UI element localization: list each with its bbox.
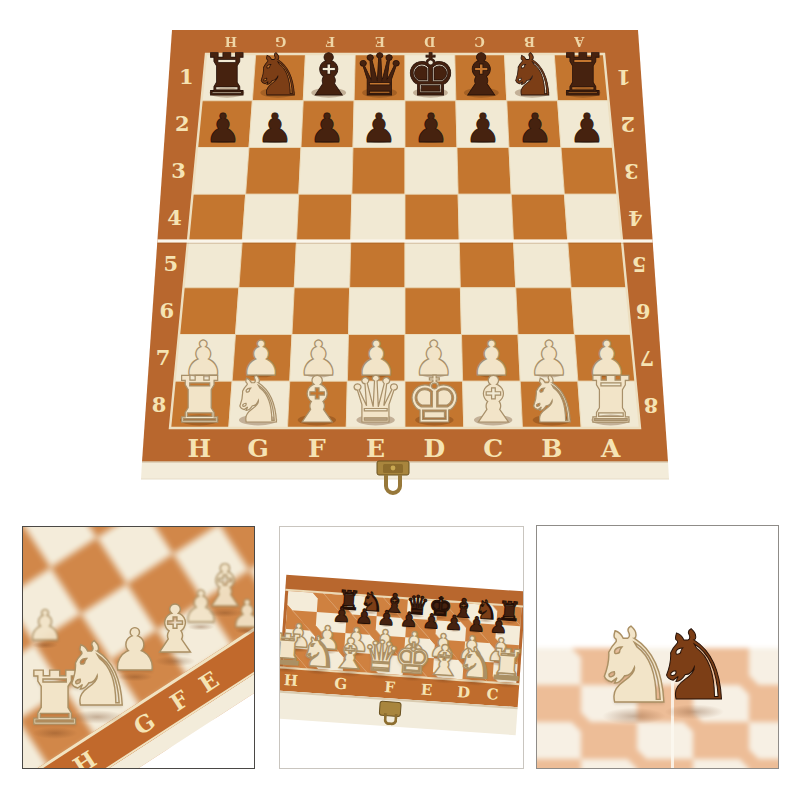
square — [184, 241, 243, 288]
thumbnail-two-knights: ♞♞ — [536, 525, 779, 769]
rank-label-right: 8 — [644, 393, 659, 418]
square — [405, 194, 459, 241]
square — [564, 194, 622, 241]
fold-shadow — [157, 243, 652, 244]
piece-light-king: ♚ — [406, 363, 463, 437]
square — [561, 148, 618, 195]
file-label-bottom: B — [541, 434, 562, 463]
rank-label-left: 8 — [152, 392, 167, 417]
square — [242, 194, 299, 241]
rank-label-left: 1 — [179, 64, 194, 89]
square — [509, 148, 564, 195]
square — [246, 148, 301, 195]
piece-light-rook: ♜ — [487, 643, 524, 688]
piece-light-queen: ♛ — [347, 363, 404, 437]
file-label-bottom: H — [188, 434, 212, 463]
piece-dark-knight: ♞ — [252, 41, 304, 109]
piece-light-knight: ♞ — [229, 363, 286, 437]
rank-label-left: 4 — [167, 205, 182, 230]
piece-dark-queen: ♛ — [354, 41, 406, 109]
file-label: E — [194, 665, 223, 697]
square — [458, 194, 513, 241]
square — [405, 148, 458, 195]
rank-label-right: 7 — [640, 346, 655, 371]
rank-label-left: 5 — [163, 251, 178, 276]
piece-dark-rook: ♜ — [557, 41, 609, 109]
piece-light-rook: ♜ — [171, 363, 228, 437]
thumbnail-full-board: HGFEDC ♜♞♝♛♚♝♞♜♟♟♟♟♟♟♟♟♟♟♟♟♟♟♟♟♜♞♝♛♚♝♞♜ — [279, 526, 524, 769]
square — [405, 241, 460, 288]
angled-board: HGFEDC ♜♞♝♛♚♝♞♜♟♟♟♟♟♟♟♟♟♟♟♟♟♟♟♟♜♞♝♛♚♝♞♜ — [279, 575, 524, 735]
rank-label-right: 6 — [636, 299, 651, 324]
piece-dark-pawn: ♟ — [517, 105, 553, 151]
square — [516, 288, 575, 335]
square — [568, 241, 627, 288]
piece-light-rook: ♜ — [582, 363, 639, 437]
square — [351, 194, 405, 241]
rank-label-left: 7 — [156, 345, 171, 370]
file-label: H — [68, 745, 101, 769]
brass-clasp — [379, 701, 402, 717]
piece-dark-bishop: ♝ — [455, 41, 507, 109]
thumbnail-closeup-pieces: HGFE ♟♜♞♟♝♟♝♟ — [22, 526, 255, 769]
file-label-bottom: A — [600, 434, 621, 463]
square — [188, 194, 246, 241]
square — [239, 241, 297, 288]
file-label: F — [165, 685, 193, 717]
rank-label-right: 1 — [616, 65, 631, 90]
square — [511, 194, 568, 241]
fold-line — [157, 239, 652, 242]
file-label-bottom: E — [366, 434, 385, 463]
piece-dark-bishop: ♝ — [303, 41, 355, 109]
rank-label-left: 3 — [171, 158, 186, 183]
square — [179, 288, 239, 335]
rank-label-right: 3 — [624, 159, 639, 184]
rank-label-right: 5 — [632, 252, 647, 277]
rank-label-right: 2 — [620, 112, 635, 137]
square — [349, 288, 406, 335]
piece-dark-pawn: ♟ — [309, 105, 345, 151]
piece-dark-pawn: ♟ — [413, 105, 449, 151]
square — [459, 241, 516, 288]
piece-light-bishop: ♝ — [288, 363, 345, 437]
piece-dark-knight: ♞ — [506, 41, 558, 109]
piece-light-bishop: ♝ — [464, 363, 521, 437]
square — [460, 288, 518, 335]
square — [405, 288, 462, 335]
square — [292, 288, 350, 335]
piece-dark-pawn: ♟ — [569, 105, 605, 151]
piece-dark-knight: ♞ — [651, 618, 737, 714]
piece-dark-rook: ♜ — [201, 41, 253, 109]
square — [236, 288, 295, 335]
file-label-bottom: F — [308, 434, 326, 463]
file-label-bottom: G — [247, 434, 268, 463]
rank-label-right: 4 — [628, 206, 643, 231]
file-label-bottom: D — [424, 434, 446, 463]
square — [514, 241, 572, 288]
square — [350, 241, 405, 288]
square — [297, 194, 352, 241]
square — [294, 241, 351, 288]
piece-dark-pawn: ♟ — [465, 105, 501, 151]
piece-light-knight: ♞ — [523, 363, 580, 437]
square — [193, 148, 250, 195]
piece-dark-pawn: ♟ — [361, 105, 397, 151]
square — [571, 288, 631, 335]
piece-dark-pawn: ♟ — [257, 105, 293, 151]
square — [299, 148, 353, 195]
rank-label-left: 6 — [160, 298, 175, 323]
file-label-bottom: C — [483, 434, 503, 463]
piece-light-pawn: ♟ — [230, 595, 255, 633]
piece-dark-king: ♚ — [404, 41, 456, 109]
product-photo: 1234567812345678HGFEDCBAHGFEDCBA♜♞♝♛♚♝♞♜… — [0, 0, 800, 800]
square — [457, 148, 511, 195]
rank-label-left: 2 — [175, 111, 190, 136]
square — [352, 148, 405, 195]
piece-dark-pawn: ♟ — [205, 105, 241, 151]
